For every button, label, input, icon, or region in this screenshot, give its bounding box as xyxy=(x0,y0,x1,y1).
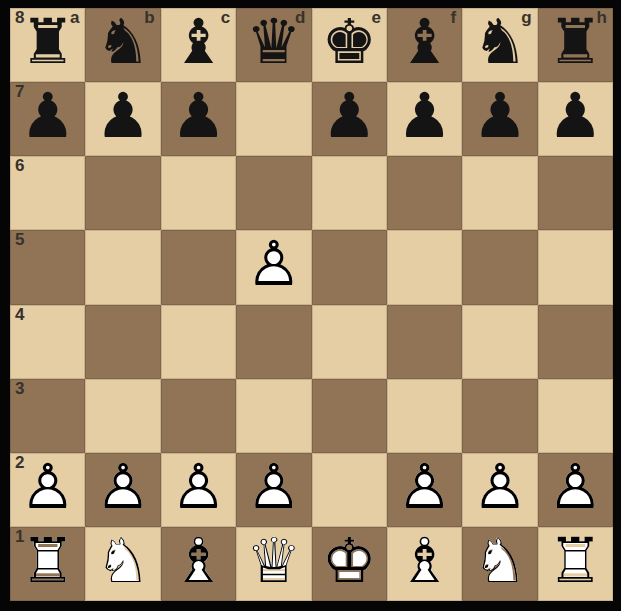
square-b6[interactable] xyxy=(85,156,160,230)
square-d4[interactable] xyxy=(236,305,311,379)
square-h8[interactable]: h♜ xyxy=(538,8,613,82)
square-a6[interactable]: 6 xyxy=(10,156,85,230)
square-g8[interactable]: g♞ xyxy=(462,8,537,82)
white-piece-outline: ♙ xyxy=(387,450,462,524)
square-e3[interactable] xyxy=(312,379,387,453)
square-f8[interactable]: f♝ xyxy=(387,8,462,82)
white-piece-outline: ♙ xyxy=(236,450,311,524)
white-piece-outline: ♗ xyxy=(161,524,236,598)
piece-white-knight[interactable]: ♞♘ xyxy=(462,527,537,601)
chessboard: 8a♜b♞c♝d♛e♚f♝g♞h♜7♟♟♟♟♟♟♟65♟♙432♟♙♟♙♟♙♟♙… xyxy=(10,8,613,601)
square-a2[interactable]: 2♟♙ xyxy=(10,453,85,527)
square-b2[interactable]: ♟♙ xyxy=(85,453,160,527)
piece-black-pawn[interactable]: ♟ xyxy=(85,82,160,156)
square-g5[interactable] xyxy=(462,230,537,304)
square-f7[interactable]: ♟ xyxy=(387,82,462,156)
square-g6[interactable] xyxy=(462,156,537,230)
black-piece-fill: ♞ xyxy=(462,5,537,79)
white-piece-outline: ♘ xyxy=(85,524,160,598)
square-h1[interactable]: ♜♖ xyxy=(538,527,613,601)
white-piece-outline: ♔ xyxy=(312,524,387,598)
square-c2[interactable]: ♟♙ xyxy=(161,453,236,527)
piece-white-bishop[interactable]: ♝♗ xyxy=(387,527,462,601)
piece-white-queen[interactable]: ♛♕ xyxy=(236,527,311,601)
white-piece-outline: ♙ xyxy=(538,450,613,524)
piece-black-bishop[interactable]: ♝ xyxy=(161,8,236,82)
black-piece-fill: ♞ xyxy=(85,5,160,79)
piece-white-rook[interactable]: ♜♖ xyxy=(538,527,613,601)
square-d2[interactable]: ♟♙ xyxy=(236,453,311,527)
piece-black-rook[interactable]: ♜ xyxy=(538,8,613,82)
square-d8[interactable]: d♛ xyxy=(236,8,311,82)
square-e8[interactable]: e♚ xyxy=(312,8,387,82)
square-d1[interactable]: ♛♕ xyxy=(236,527,311,601)
rank-label-3: 3 xyxy=(15,380,24,399)
rank-label-6: 6 xyxy=(15,157,24,176)
square-f1[interactable]: ♝♗ xyxy=(387,527,462,601)
square-c6[interactable] xyxy=(161,156,236,230)
black-piece-fill: ♟ xyxy=(161,79,236,153)
piece-white-pawn[interactable]: ♟♙ xyxy=(236,453,311,527)
square-h5[interactable] xyxy=(538,230,613,304)
white-piece-outline: ♖ xyxy=(10,524,85,598)
piece-black-knight[interactable]: ♞ xyxy=(462,8,537,82)
black-piece-fill: ♜ xyxy=(10,5,85,79)
square-f2[interactable]: ♟♙ xyxy=(387,453,462,527)
black-piece-fill: ♝ xyxy=(387,5,462,79)
square-a3[interactable]: 3 xyxy=(10,379,85,453)
square-c1[interactable]: ♝♗ xyxy=(161,527,236,601)
square-b4[interactable] xyxy=(85,305,160,379)
chess-diagram: 8a♜b♞c♝d♛e♚f♝g♞h♜7♟♟♟♟♟♟♟65♟♙432♟♙♟♙♟♙♟♙… xyxy=(0,0,621,611)
piece-white-pawn[interactable]: ♟♙ xyxy=(161,453,236,527)
square-g3[interactable] xyxy=(462,379,537,453)
piece-black-pawn[interactable]: ♟ xyxy=(10,82,85,156)
black-piece-fill: ♚ xyxy=(312,5,387,79)
piece-black-pawn[interactable]: ♟ xyxy=(387,82,462,156)
white-piece-outline: ♙ xyxy=(161,450,236,524)
square-h2[interactable]: ♟♙ xyxy=(538,453,613,527)
rank-label-5: 5 xyxy=(15,231,24,250)
black-piece-fill: ♛ xyxy=(236,5,311,79)
rank-label-4: 4 xyxy=(15,306,24,325)
piece-white-king[interactable]: ♚♔ xyxy=(312,527,387,601)
piece-white-knight[interactable]: ♞♘ xyxy=(85,527,160,601)
square-c4[interactable] xyxy=(161,305,236,379)
square-a7[interactable]: 7♟ xyxy=(10,82,85,156)
black-piece-fill: ♟ xyxy=(312,79,387,153)
square-a4[interactable]: 4 xyxy=(10,305,85,379)
white-piece-outline: ♗ xyxy=(387,524,462,598)
square-b3[interactable] xyxy=(85,379,160,453)
square-e2[interactable] xyxy=(312,453,387,527)
piece-black-king[interactable]: ♚ xyxy=(312,8,387,82)
black-piece-fill: ♜ xyxy=(538,5,613,79)
square-g4[interactable] xyxy=(462,305,537,379)
white-piece-outline: ♙ xyxy=(462,450,537,524)
square-e5[interactable] xyxy=(312,230,387,304)
white-piece-outline: ♖ xyxy=(538,524,613,598)
square-h3[interactable] xyxy=(538,379,613,453)
white-piece-outline: ♙ xyxy=(236,227,311,301)
piece-white-rook[interactable]: ♜♖ xyxy=(10,527,85,601)
black-piece-fill: ♟ xyxy=(85,79,160,153)
square-h6[interactable] xyxy=(538,156,613,230)
square-d7[interactable] xyxy=(236,82,311,156)
square-f5[interactable] xyxy=(387,230,462,304)
square-e7[interactable]: ♟ xyxy=(312,82,387,156)
square-g1[interactable]: ♞♘ xyxy=(462,527,537,601)
piece-black-bishop[interactable]: ♝ xyxy=(387,8,462,82)
piece-black-knight[interactable]: ♞ xyxy=(85,8,160,82)
piece-black-pawn[interactable]: ♟ xyxy=(161,82,236,156)
piece-black-pawn[interactable]: ♟ xyxy=(538,82,613,156)
square-c5[interactable] xyxy=(161,230,236,304)
square-e1[interactable]: ♚♔ xyxy=(312,527,387,601)
square-d3[interactable] xyxy=(236,379,311,453)
piece-white-pawn[interactable]: ♟♙ xyxy=(85,453,160,527)
piece-white-bishop[interactable]: ♝♗ xyxy=(161,527,236,601)
square-b8[interactable]: b♞ xyxy=(85,8,160,82)
square-b5[interactable] xyxy=(85,230,160,304)
piece-black-queen[interactable]: ♛ xyxy=(236,8,311,82)
white-piece-outline: ♕ xyxy=(236,524,311,598)
piece-white-pawn[interactable]: ♟♙ xyxy=(236,230,311,304)
square-a8[interactable]: 8a♜ xyxy=(10,8,85,82)
piece-white-pawn[interactable]: ♟♙ xyxy=(462,453,537,527)
white-piece-outline: ♙ xyxy=(10,450,85,524)
square-g7[interactable]: ♟ xyxy=(462,82,537,156)
piece-white-pawn[interactable]: ♟♙ xyxy=(10,453,85,527)
piece-black-rook[interactable]: ♜ xyxy=(10,8,85,82)
piece-white-pawn[interactable]: ♟♙ xyxy=(538,453,613,527)
black-piece-fill: ♟ xyxy=(538,79,613,153)
square-h4[interactable] xyxy=(538,305,613,379)
square-c8[interactable]: c♝ xyxy=(161,8,236,82)
piece-black-pawn[interactable]: ♟ xyxy=(462,82,537,156)
square-h7[interactable]: ♟ xyxy=(538,82,613,156)
square-a1[interactable]: 1♜♖ xyxy=(10,527,85,601)
square-b7[interactable]: ♟ xyxy=(85,82,160,156)
square-c3[interactable] xyxy=(161,379,236,453)
square-e4[interactable] xyxy=(312,305,387,379)
square-b1[interactable]: ♞♘ xyxy=(85,527,160,601)
square-e6[interactable] xyxy=(312,156,387,230)
black-piece-fill: ♟ xyxy=(462,79,537,153)
square-c7[interactable]: ♟ xyxy=(161,82,236,156)
piece-black-pawn[interactable]: ♟ xyxy=(312,82,387,156)
black-piece-fill: ♟ xyxy=(10,79,85,153)
square-f3[interactable] xyxy=(387,379,462,453)
square-a5[interactable]: 5 xyxy=(10,230,85,304)
black-piece-fill: ♝ xyxy=(161,5,236,79)
square-d5[interactable]: ♟♙ xyxy=(236,230,311,304)
white-piece-outline: ♙ xyxy=(85,450,160,524)
square-f6[interactable] xyxy=(387,156,462,230)
square-d6[interactable] xyxy=(236,156,311,230)
black-piece-fill: ♟ xyxy=(387,79,462,153)
piece-white-pawn[interactable]: ♟♙ xyxy=(387,453,462,527)
white-piece-outline: ♘ xyxy=(462,524,537,598)
square-f4[interactable] xyxy=(387,305,462,379)
square-g2[interactable]: ♟♙ xyxy=(462,453,537,527)
